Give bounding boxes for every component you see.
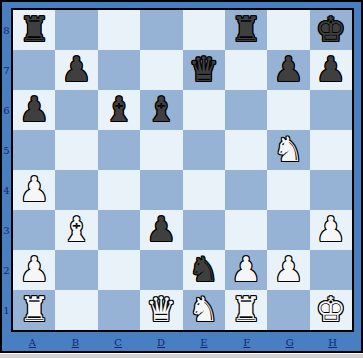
window-background-strip <box>0 353 363 358</box>
square-b7[interactable]: ♟ <box>55 50 97 90</box>
piece-black-rook[interactable]: ♜ <box>19 12 49 46</box>
square-h7[interactable]: ♟ <box>310 50 352 90</box>
rank-label-3: 3 <box>2 210 11 250</box>
piece-white-rook[interactable]: ♜ <box>231 292 261 326</box>
square-h5[interactable] <box>310 130 352 170</box>
square-b1[interactable] <box>55 290 97 330</box>
square-d8[interactable] <box>140 10 182 50</box>
piece-black-rook[interactable]: ♜ <box>231 12 261 46</box>
piece-white-pawn[interactable]: ♟ <box>19 172 49 206</box>
square-a6[interactable]: ♟ <box>13 90 55 130</box>
square-e4[interactable] <box>183 170 225 210</box>
square-c6[interactable]: ♝ <box>98 90 140 130</box>
square-f1[interactable]: ♜ <box>225 290 267 330</box>
square-e1[interactable]: ♞ <box>183 290 225 330</box>
square-g5[interactable]: ♞ <box>267 130 309 170</box>
piece-black-king[interactable]: ♚ <box>316 12 346 46</box>
piece-white-pawn[interactable]: ♟ <box>231 252 261 286</box>
piece-black-bishop[interactable]: ♝ <box>104 92 134 126</box>
square-b2[interactable] <box>55 250 97 290</box>
piece-white-pawn[interactable]: ♟ <box>19 252 49 286</box>
piece-black-knight[interactable]: ♞ <box>188 252 218 286</box>
square-b5[interactable] <box>55 130 97 170</box>
file-label-c: C <box>97 335 140 349</box>
square-a5[interactable] <box>13 130 55 170</box>
square-f3[interactable] <box>225 210 267 250</box>
piece-white-bishop[interactable]: ♝ <box>61 212 91 246</box>
square-f2[interactable]: ♟ <box>225 250 267 290</box>
square-d7[interactable] <box>140 50 182 90</box>
file-label-d: D <box>140 335 183 349</box>
rank-label-1: 1 <box>2 290 11 330</box>
square-g2[interactable]: ♟ <box>267 250 309 290</box>
square-c3[interactable] <box>98 210 140 250</box>
square-a3[interactable] <box>13 210 55 250</box>
square-g7[interactable]: ♟ <box>267 50 309 90</box>
square-c8[interactable] <box>98 10 140 50</box>
square-c7[interactable] <box>98 50 140 90</box>
chess-board: ♜♜♚♟♛♟♟♟♝♝♞♟♝♟♟♟♞♟♟♜♛♞♜♚ <box>11 8 354 332</box>
square-h6[interactable] <box>310 90 352 130</box>
square-h3[interactable]: ♟ <box>310 210 352 250</box>
piece-white-rook[interactable]: ♜ <box>19 292 49 326</box>
square-h1[interactable]: ♚ <box>310 290 352 330</box>
file-label-f: F <box>225 335 268 349</box>
square-f4[interactable] <box>225 170 267 210</box>
square-a7[interactable] <box>13 50 55 90</box>
chess-board-widget: 87654321 ♜♜♚♟♛♟♟♟♝♝♞♟♝♟♟♟♞♟♟♜♛♞♜♚ ABCDEF… <box>0 0 363 353</box>
piece-black-pawn[interactable]: ♟ <box>146 212 176 246</box>
file-label-a: A <box>11 335 54 349</box>
rank-label-6: 6 <box>2 90 11 130</box>
square-h4[interactable] <box>310 170 352 210</box>
square-h8[interactable]: ♚ <box>310 10 352 50</box>
square-h2[interactable] <box>310 250 352 290</box>
rank-label-7: 7 <box>2 50 11 90</box>
square-e7[interactable]: ♛ <box>183 50 225 90</box>
piece-white-knight[interactable]: ♞ <box>273 132 303 166</box>
square-a8[interactable]: ♜ <box>13 10 55 50</box>
rank-label-2: 2 <box>2 250 11 290</box>
square-b4[interactable] <box>55 170 97 210</box>
square-c5[interactable] <box>98 130 140 170</box>
piece-white-king[interactable]: ♚ <box>316 292 346 326</box>
piece-black-queen[interactable]: ♛ <box>188 52 218 86</box>
piece-white-queen[interactable]: ♛ <box>146 292 176 326</box>
rank-label-4: 4 <box>2 170 11 210</box>
square-f7[interactable] <box>225 50 267 90</box>
square-b3[interactable]: ♝ <box>55 210 97 250</box>
square-e5[interactable] <box>183 130 225 170</box>
piece-black-pawn[interactable]: ♟ <box>273 52 303 86</box>
square-b8[interactable] <box>55 10 97 50</box>
square-e6[interactable] <box>183 90 225 130</box>
square-d6[interactable]: ♝ <box>140 90 182 130</box>
square-g3[interactable] <box>267 210 309 250</box>
piece-black-bishop[interactable]: ♝ <box>146 92 176 126</box>
square-c1[interactable] <box>98 290 140 330</box>
piece-white-pawn[interactable]: ♟ <box>273 252 303 286</box>
piece-black-pawn[interactable]: ♟ <box>316 52 346 86</box>
rank-labels: 87654321 <box>2 10 11 330</box>
square-f6[interactable] <box>225 90 267 130</box>
file-labels: ABCDEFGH <box>11 335 354 349</box>
square-a1[interactable]: ♜ <box>13 290 55 330</box>
square-d3[interactable]: ♟ <box>140 210 182 250</box>
square-g1[interactable] <box>267 290 309 330</box>
square-g6[interactable] <box>267 90 309 130</box>
square-d5[interactable] <box>140 130 182 170</box>
square-b6[interactable] <box>55 90 97 130</box>
file-label-e: E <box>183 335 226 349</box>
rank-label-8: 8 <box>2 10 11 50</box>
square-e2[interactable]: ♞ <box>183 250 225 290</box>
square-d2[interactable] <box>140 250 182 290</box>
piece-white-pawn[interactable]: ♟ <box>316 212 346 246</box>
square-f8[interactable]: ♜ <box>225 10 267 50</box>
square-a4[interactable]: ♟ <box>13 170 55 210</box>
file-label-b: B <box>54 335 97 349</box>
square-f5[interactable] <box>225 130 267 170</box>
square-d4[interactable] <box>140 170 182 210</box>
square-d1[interactable]: ♛ <box>140 290 182 330</box>
square-e8[interactable] <box>183 10 225 50</box>
rank-label-5: 5 <box>2 130 11 170</box>
square-c4[interactable] <box>98 170 140 210</box>
square-e3[interactable] <box>183 210 225 250</box>
piece-black-pawn[interactable]: ♟ <box>19 92 49 126</box>
file-label-h: H <box>311 335 354 349</box>
square-g8[interactable] <box>267 10 309 50</box>
piece-black-pawn[interactable]: ♟ <box>61 52 91 86</box>
piece-white-knight[interactable]: ♞ <box>188 292 218 326</box>
file-label-g: G <box>268 335 311 349</box>
square-c2[interactable] <box>98 250 140 290</box>
square-a2[interactable]: ♟ <box>13 250 55 290</box>
square-g4[interactable] <box>267 170 309 210</box>
